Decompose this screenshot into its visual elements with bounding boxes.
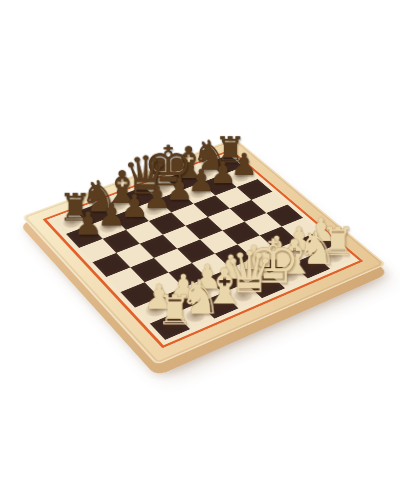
photo-canvas: ♜♞♝♛♚♝♞♜♟♟♟♟♟♟♟♟♟♟♟♟♟♟♟♟♜♞♝♛♚♝♞♜ [0,0,400,498]
white-rook-a1: ♜ [156,290,193,331]
black-pawn-a7: ♟ [73,207,102,239]
chess-board: ♜♞♝♛♚♝♞♜♟♟♟♟♟♟♟♟♟♟♟♟♟♟♟♟♜♞♝♛♚♝♞♜ [21,138,386,365]
